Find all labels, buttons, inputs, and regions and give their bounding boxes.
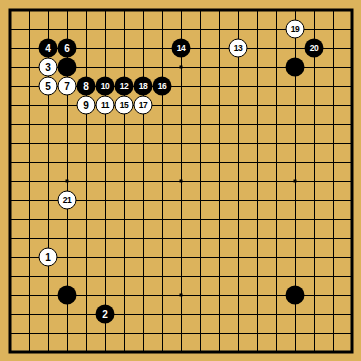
go-board[interactable]: 123456789101112131415161718192021 bbox=[0, 0, 361, 361]
move-number: 7 bbox=[64, 81, 70, 91]
star-point bbox=[294, 180, 297, 183]
black-stone: 18 bbox=[134, 77, 153, 96]
white-stone: 19 bbox=[286, 20, 305, 39]
move-number: 16 bbox=[158, 82, 167, 91]
star-point bbox=[66, 180, 69, 183]
move-number: 1 bbox=[45, 252, 51, 262]
move-number: 12 bbox=[120, 82, 129, 91]
black-stone bbox=[286, 58, 305, 77]
white-stone: 21 bbox=[58, 191, 77, 210]
white-stone: 11 bbox=[96, 96, 115, 115]
move-number: 20 bbox=[310, 44, 319, 53]
move-number: 15 bbox=[120, 101, 129, 110]
white-stone: 5 bbox=[39, 77, 58, 96]
star-point bbox=[180, 180, 183, 183]
black-stone: 2 bbox=[96, 305, 115, 324]
move-number: 5 bbox=[45, 81, 51, 91]
black-stone bbox=[58, 58, 77, 77]
move-number: 14 bbox=[177, 44, 186, 53]
star-point bbox=[180, 294, 183, 297]
black-stone: 6 bbox=[58, 39, 77, 58]
black-stone: 4 bbox=[39, 39, 58, 58]
move-number: 17 bbox=[139, 101, 148, 110]
move-number: 8 bbox=[83, 81, 89, 91]
move-number: 18 bbox=[139, 82, 148, 91]
move-number: 19 bbox=[291, 25, 300, 34]
move-number: 21 bbox=[63, 196, 72, 205]
move-number: 3 bbox=[45, 62, 51, 72]
white-stone: 9 bbox=[77, 96, 96, 115]
black-stone: 10 bbox=[96, 77, 115, 96]
move-number: 11 bbox=[101, 101, 109, 110]
move-number: 4 bbox=[45, 43, 51, 53]
black-stone bbox=[286, 286, 305, 305]
white-stone: 1 bbox=[39, 248, 58, 267]
white-stone: 7 bbox=[58, 77, 77, 96]
black-stone: 8 bbox=[77, 77, 96, 96]
white-stone: 3 bbox=[39, 58, 58, 77]
black-stone: 14 bbox=[172, 39, 191, 58]
white-stone: 15 bbox=[115, 96, 134, 115]
star-point bbox=[180, 66, 183, 69]
move-number: 6 bbox=[64, 43, 70, 53]
move-number: 2 bbox=[102, 309, 108, 319]
move-number: 10 bbox=[101, 82, 110, 91]
black-stone: 16 bbox=[153, 77, 172, 96]
black-stone: 12 bbox=[115, 77, 134, 96]
white-stone: 17 bbox=[134, 96, 153, 115]
black-stone bbox=[58, 286, 77, 305]
black-stone: 20 bbox=[305, 39, 324, 58]
move-number: 13 bbox=[234, 44, 243, 53]
move-number: 9 bbox=[83, 100, 89, 110]
white-stone: 13 bbox=[229, 39, 248, 58]
